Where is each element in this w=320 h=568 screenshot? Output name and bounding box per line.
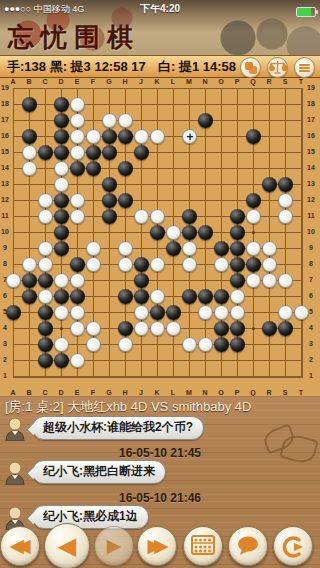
stone-J11	[134, 209, 149, 224]
stone-P11	[230, 209, 245, 224]
stone-E16	[70, 129, 85, 144]
stone-Q12	[246, 193, 261, 208]
stone-M8	[182, 257, 197, 272]
stone-N3	[198, 337, 213, 352]
stone-J6	[134, 289, 149, 304]
stone-E2	[70, 353, 85, 368]
col-label-top: F	[87, 78, 99, 86]
stone-Q7	[246, 273, 261, 288]
stone-J4	[134, 321, 149, 336]
fast-forward-icon: ▶▶	[147, 527, 160, 565]
stone-B6	[22, 289, 37, 304]
star-point	[252, 327, 255, 330]
stone-P8	[230, 257, 245, 272]
stone-J7	[134, 273, 149, 288]
stone-P4	[230, 321, 245, 336]
count-button[interactable]	[183, 526, 223, 566]
row-label-right: 1	[305, 372, 317, 380]
row-label-right: 10	[305, 228, 317, 236]
stone-E6	[70, 289, 85, 304]
stone-G11	[102, 209, 117, 224]
stone-D15	[54, 145, 69, 160]
stone-E11	[70, 209, 85, 224]
stone-D9	[54, 241, 69, 256]
stone-C4	[38, 321, 53, 336]
avatar-icon	[4, 416, 26, 441]
col-label-top: R	[263, 78, 275, 86]
black-player-status: 手:138 黑: 提3 12:58 17	[7, 56, 146, 77]
stone-D5	[54, 305, 69, 320]
stone-E17	[70, 113, 85, 128]
row-label-right: 13	[305, 180, 317, 188]
col-label-top: J	[135, 78, 147, 86]
step-forward-button[interactable]: ▶	[94, 526, 134, 566]
stone-P6	[230, 289, 245, 304]
stone-R4	[262, 321, 277, 336]
step-back-icon: ◀	[58, 532, 76, 559]
stone-P7	[230, 273, 245, 288]
stone-S12	[278, 193, 293, 208]
row-label-left: 9	[0, 244, 11, 252]
stone-G15	[102, 145, 117, 160]
row-label-right: 4	[305, 324, 317, 332]
stone-M11	[182, 209, 197, 224]
stone-B15	[22, 145, 37, 160]
stone-E8	[70, 257, 85, 272]
stone-C7	[38, 273, 53, 288]
stone-D13	[54, 177, 69, 192]
stone-O5	[214, 305, 229, 320]
stone-Q9	[246, 241, 261, 256]
stone-H8	[118, 257, 133, 272]
stone-F14	[86, 161, 101, 176]
stone-H17	[118, 113, 133, 128]
row-label-right: 17	[305, 116, 317, 124]
row-label-left: 19	[0, 84, 11, 92]
stone-P10	[230, 225, 245, 240]
stone-C8	[38, 257, 53, 272]
stone-R7	[262, 273, 277, 288]
stone-M10	[182, 225, 197, 240]
stone-D3	[54, 337, 69, 352]
stone-J16	[134, 129, 149, 144]
stone-M3	[182, 337, 197, 352]
stone-D6	[54, 289, 69, 304]
stone-G13	[102, 177, 117, 192]
stone-H14	[118, 161, 133, 176]
stone-H6	[118, 289, 133, 304]
stone-F15	[86, 145, 101, 160]
chat-panel: [房:1 桌:2] 大地红xhb 4D VS smithbaby 4D 超级小水…	[0, 396, 320, 568]
stone-H16	[118, 129, 133, 144]
stone-N17	[198, 113, 213, 128]
chat-timestamp: 16-05-10 21:46	[0, 491, 320, 505]
stone-E4	[70, 321, 85, 336]
row-label-left: 12	[0, 196, 11, 204]
stone-B16	[22, 129, 37, 144]
stone-S5	[278, 305, 293, 320]
chat-timestamp: 16-05-10 21:45	[0, 446, 320, 460]
stone-C3	[38, 337, 53, 352]
col-label-top: G	[103, 78, 115, 86]
stone-L9	[166, 241, 181, 256]
stone-C12	[38, 193, 53, 208]
stone-O6	[214, 289, 229, 304]
stone-K11	[150, 209, 165, 224]
col-label-top: O	[215, 78, 227, 86]
stone-F4	[86, 321, 101, 336]
col-label-top: L	[167, 78, 179, 86]
stone-E15	[70, 145, 85, 160]
stone-D7	[54, 273, 69, 288]
col-label-top: K	[151, 78, 163, 86]
stone-D12	[54, 193, 69, 208]
stone-D16	[54, 129, 69, 144]
stone-C6	[38, 289, 53, 304]
stone-H12	[118, 193, 133, 208]
stone-S13	[278, 177, 293, 192]
stone-B14	[22, 161, 37, 176]
menu-icon	[299, 64, 310, 66]
stone-S11	[278, 209, 293, 224]
stone-R9	[262, 241, 277, 256]
row-label-right: 18	[305, 100, 317, 108]
match-info: [房:1 桌:2] 大地红xhb 4D VS smithbaby 4D	[5, 398, 251, 416]
row-label-right: 9	[305, 244, 317, 252]
stone-B18	[22, 97, 37, 112]
stone-K16	[150, 129, 165, 144]
col-label-top: P	[231, 78, 243, 86]
stone-M6	[182, 289, 197, 304]
stone-L10	[166, 225, 181, 240]
stone-Q16	[246, 129, 261, 144]
page-title: 忘忧围棋	[8, 20, 208, 54]
step-back-button[interactable]: ◀	[44, 523, 90, 568]
stone-F3	[86, 337, 101, 352]
stone-R13	[262, 177, 277, 192]
stone-B7	[22, 273, 37, 288]
stone-J8	[134, 257, 149, 272]
row-label-left: 13	[0, 180, 11, 188]
stone-C5	[38, 305, 53, 320]
stone-D14	[54, 161, 69, 176]
fast-forward-button[interactable]: ▶▶	[137, 526, 177, 566]
avatar-icon	[4, 460, 26, 485]
row-label-right: 6	[305, 292, 317, 300]
row-label-left: 14	[0, 164, 11, 172]
abacus-icon	[191, 535, 215, 555]
row-label-left: 11	[0, 212, 11, 220]
chat-bubble: 超级小水杯:谁能给我2个币?	[32, 416, 204, 440]
stone-E12	[70, 193, 85, 208]
white-player-status: 白: 提1 14:58	[158, 56, 236, 77]
last-move-marker: +	[183, 130, 198, 145]
stone-H9	[118, 241, 133, 256]
row-label-left: 18	[0, 100, 11, 108]
row-label-left: 8	[0, 260, 11, 268]
row-label-left: 17	[0, 116, 11, 124]
stone-G16	[102, 129, 117, 144]
stone-O9	[214, 241, 229, 256]
stone-H3	[118, 337, 133, 352]
stone-D18	[54, 97, 69, 112]
stone-P3	[230, 337, 245, 352]
stone-L4	[166, 321, 181, 336]
row-label-left: 2	[0, 356, 11, 364]
stone-Q8	[246, 257, 261, 272]
stone-A5	[6, 305, 21, 320]
stone-K10	[150, 225, 165, 240]
rooms-button[interactable]	[240, 57, 261, 78]
stone-O8	[214, 257, 229, 272]
stone-G12	[102, 193, 117, 208]
stone-D10	[54, 225, 69, 240]
stone-J5	[134, 305, 149, 320]
col-label-top: M	[183, 78, 195, 86]
stone-C15	[38, 145, 53, 160]
stone-N6	[198, 289, 213, 304]
clock-label: 下午4:20	[0, 0, 320, 18]
row-label-right: 2	[305, 356, 317, 364]
stone-M9	[182, 241, 197, 256]
stone-O4	[214, 321, 229, 336]
battery-icon	[296, 5, 316, 23]
stone-A7	[6, 273, 21, 288]
stone-E5	[70, 305, 85, 320]
stone-L5	[166, 305, 181, 320]
row-label-right: 3	[305, 340, 317, 348]
stone-F9	[86, 241, 101, 256]
chat-bubble-icon	[236, 535, 260, 557]
chat-button[interactable]	[228, 526, 268, 566]
stone-F8	[86, 257, 101, 272]
stone-N10	[198, 225, 213, 240]
stone-G17	[102, 113, 117, 128]
scale-button[interactable]	[267, 57, 288, 78]
stone-K5	[150, 305, 165, 320]
fast-rewind-icon: ◀◀	[9, 527, 22, 565]
menu-button[interactable]	[294, 57, 315, 78]
stone-P5	[230, 305, 245, 320]
stone-C9	[38, 241, 53, 256]
stone-E18	[70, 97, 85, 112]
stone-D17	[54, 113, 69, 128]
stone-M16: +	[182, 129, 197, 144]
game-info-bar: 手:138 黑: 提3 12:58 17 白: 提1 14:58	[0, 55, 320, 78]
chat-bubble: 纪小飞:黑必成1边	[32, 505, 149, 529]
row-label-right: 16	[305, 132, 317, 140]
app-screen: ●●●○○ 中国移动 4G 下午4:20 忘忧围棋 手:138 黑: 提3 12…	[0, 0, 320, 568]
stone-R8	[262, 257, 277, 272]
chat-bubble: 纪小飞:黑把白断进来	[32, 460, 166, 484]
exit-button[interactable]	[273, 526, 313, 566]
stone-P9	[230, 241, 245, 256]
stone-F16	[86, 129, 101, 144]
col-label-top: C	[39, 78, 51, 86]
row-label-right: 11	[305, 212, 317, 220]
col-label-top: B	[23, 78, 35, 86]
col-label-top: H	[119, 78, 131, 86]
star-point	[252, 231, 255, 234]
row-label-left: 6	[0, 292, 11, 300]
stone-Q11	[246, 209, 261, 224]
stone-O3	[214, 337, 229, 352]
stone-K8	[150, 257, 165, 272]
col-label-top: E	[71, 78, 83, 86]
row-label-right: 12	[305, 196, 317, 204]
stone-B8	[22, 257, 37, 272]
stone-S4	[278, 321, 293, 336]
row-label-left: 16	[0, 132, 11, 140]
stone-E14	[70, 161, 85, 176]
row-label-right: 19	[305, 84, 317, 92]
stone-S7	[278, 273, 293, 288]
row-label-right: 14	[305, 164, 317, 172]
row-label-right: 8	[305, 260, 317, 268]
row-label-left: 3	[0, 340, 11, 348]
scale-icon	[268, 58, 287, 77]
row-label-right: 15	[305, 148, 317, 156]
stone-K6	[150, 289, 165, 304]
exit-icon	[281, 535, 305, 559]
stone-D2	[54, 353, 69, 368]
col-label-top: N	[199, 78, 211, 86]
stone-D11	[54, 209, 69, 224]
stone-E7	[70, 273, 85, 288]
row-label-right: 7	[305, 276, 317, 284]
col-label-top: D	[55, 78, 67, 86]
row-label-left: 4	[0, 324, 11, 332]
fast-rewind-button[interactable]: ◀◀	[0, 526, 40, 566]
stone-C2	[38, 353, 53, 368]
stone-H4	[118, 321, 133, 336]
row-label-left: 1	[0, 372, 11, 380]
status-bar: ●●●○○ 中国移动 4G 下午4:20	[0, 0, 320, 18]
stone-K4	[150, 321, 165, 336]
step-forward-icon: ▶	[107, 535, 122, 556]
stone-N5	[198, 305, 213, 320]
stone-C11	[38, 209, 53, 224]
stone-J15	[134, 145, 149, 160]
stone-T5	[294, 305, 309, 320]
row-label-left: 10	[0, 228, 11, 236]
col-label-top: Q	[247, 78, 259, 86]
star-point	[60, 327, 63, 330]
col-label-top: S	[279, 78, 291, 86]
row-label-left: 15	[0, 148, 11, 156]
go-board[interactable]: AABBCCDDEEFFGGHHJJKKLLMMNNOOPPQQRRSSTT19…	[0, 78, 320, 396]
